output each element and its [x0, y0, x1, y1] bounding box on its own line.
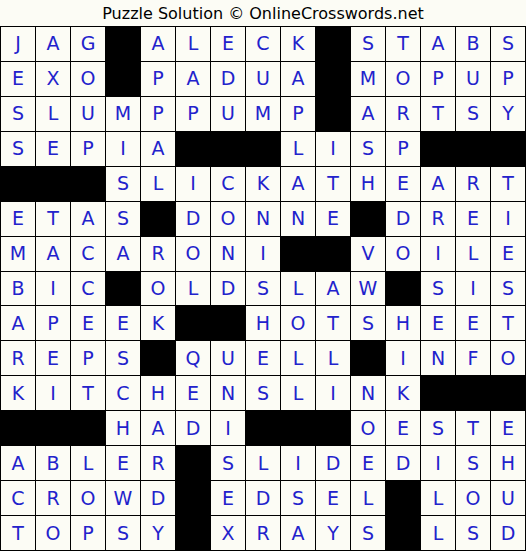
black-cell-r6c11 — [351, 202, 385, 236]
letter-cell-r4c2: E — [36, 132, 70, 166]
letter-cell-r7c13: I — [421, 237, 455, 271]
black-cell-r4c6 — [176, 132, 210, 166]
letter-cell-r11c8: S — [246, 376, 280, 410]
letter-cell-r14c10: E — [316, 481, 350, 515]
letter-cell-r8c10: A — [316, 272, 350, 306]
letter-cell-r5c12: E — [386, 167, 420, 201]
letter-cell-r7c2: A — [36, 237, 70, 271]
letter-cell-r4c3: P — [71, 132, 105, 166]
letter-cell-r8c8: S — [246, 272, 280, 306]
letter-cell-r13c3: L — [71, 446, 105, 480]
letter-cell-r10c14: F — [456, 341, 490, 375]
letter-cell-r13c8: L — [246, 446, 280, 480]
black-cell-r4c15 — [491, 132, 525, 166]
letter-cell-r7c15: E — [491, 237, 525, 271]
letter-cell-r8c13: S — [421, 272, 455, 306]
letter-cell-r14c5: D — [141, 481, 175, 515]
letter-cell-r10c12: I — [386, 341, 420, 375]
black-cell-r1c10 — [316, 27, 350, 61]
letter-cell-r11c3: T — [71, 376, 105, 410]
letter-cell-r6c13: R — [421, 202, 455, 236]
letter-cell-r11c5: H — [141, 376, 175, 410]
black-cell-r5c3 — [71, 167, 105, 201]
letter-cell-r10c3: P — [71, 341, 105, 375]
letter-cell-r2c9: A — [281, 62, 315, 96]
black-cell-r2c10 — [316, 62, 350, 96]
black-cell-r5c2 — [36, 167, 70, 201]
letter-cell-r13c4: E — [106, 446, 140, 480]
black-cell-r8c4 — [106, 272, 140, 306]
letter-cell-r15c10: Y — [316, 516, 350, 550]
letter-cell-r10c10: L — [316, 341, 350, 375]
letter-cell-r1c8: C — [246, 27, 280, 61]
letter-cell-r5c13: A — [421, 167, 455, 201]
letter-cell-r11c10: I — [316, 376, 350, 410]
letter-cell-r15c5: Y — [141, 516, 175, 550]
letter-cell-r10c6: Q — [176, 341, 210, 375]
letter-cell-r10c2: E — [36, 341, 70, 375]
letter-cell-r8c11: W — [351, 272, 385, 306]
black-cell-r12c2 — [36, 411, 70, 445]
black-cell-r10c5 — [141, 341, 175, 375]
letter-cell-r12c13: S — [421, 411, 455, 445]
letter-cell-r13c5: R — [141, 446, 175, 480]
black-cell-r1c4 — [106, 27, 140, 61]
letter-cell-r11c12: K — [386, 376, 420, 410]
letter-cell-r12c7: I — [211, 411, 245, 445]
black-cell-r6c5 — [141, 202, 175, 236]
letter-cell-r7c12: O — [386, 237, 420, 271]
letter-cell-r13c1: A — [1, 446, 35, 480]
letter-cell-r6c12: D — [386, 202, 420, 236]
letter-cell-r12c15: E — [491, 411, 525, 445]
letter-cell-r5c8: K — [246, 167, 280, 201]
letter-cell-r1c3: G — [71, 27, 105, 61]
black-cell-r2c4 — [106, 62, 140, 96]
letter-cell-r15c4: S — [106, 516, 140, 550]
letter-cell-r7c14: L — [456, 237, 490, 271]
letter-cell-r5c5: L — [141, 167, 175, 201]
black-cell-r9c7 — [211, 306, 245, 340]
black-cell-r12c8 — [246, 411, 280, 445]
letter-cell-r9c9: O — [281, 306, 315, 340]
crossword-grid: JAGALECKSTABSEXOPADUAMOPUPSLUMPPUMPARTSY… — [0, 26, 526, 551]
letter-cell-r3c3: U — [71, 97, 105, 131]
letter-cell-r14c4: W — [106, 481, 140, 515]
letter-cell-r13c15: H — [491, 446, 525, 480]
letter-cell-r8c3: C — [71, 272, 105, 306]
letter-cell-r5c14: R — [456, 167, 490, 201]
letter-cell-r4c4: I — [106, 132, 140, 166]
letter-cell-r11c2: I — [36, 376, 70, 410]
black-cell-r11c15 — [491, 376, 525, 410]
letter-cell-r3c9: P — [281, 97, 315, 131]
letter-cell-r12c5: A — [141, 411, 175, 445]
letter-cell-r2c2: X — [36, 62, 70, 96]
letter-cell-r9c2: P — [36, 306, 70, 340]
black-cell-r14c12 — [386, 481, 420, 515]
letter-cell-r4c11: S — [351, 132, 385, 166]
letter-cell-r8c6: L — [176, 272, 210, 306]
letter-cell-r14c14: O — [456, 481, 490, 515]
black-cell-r12c3 — [71, 411, 105, 445]
letter-cell-r14c1: C — [1, 481, 35, 515]
letter-cell-r1c15: S — [491, 27, 525, 61]
letter-cell-r8c2: I — [36, 272, 70, 306]
black-cell-r15c6 — [176, 516, 210, 550]
letter-cell-r3c13: T — [421, 97, 455, 131]
black-cell-r15c12 — [386, 516, 420, 550]
letter-cell-r6c1: E — [1, 202, 35, 236]
letter-cell-r6c9: N — [281, 202, 315, 236]
letter-cell-r3c14: S — [456, 97, 490, 131]
black-cell-r4c7 — [211, 132, 245, 166]
letter-cell-r7c4: A — [106, 237, 140, 271]
letter-cell-r15c14: S — [456, 516, 490, 550]
letter-cell-r6c14: E — [456, 202, 490, 236]
black-cell-r9c6 — [176, 306, 210, 340]
letter-cell-r11c9: L — [281, 376, 315, 410]
page-title: Puzzle Solution © OnlineCrosswords.net — [0, 0, 526, 26]
letter-cell-r12c6: D — [176, 411, 210, 445]
black-cell-r7c9 — [281, 237, 315, 271]
black-cell-r10c11 — [351, 341, 385, 375]
letter-cell-r14c15: U — [491, 481, 525, 515]
letter-cell-r11c7: N — [211, 376, 245, 410]
letter-cell-r10c7: U — [211, 341, 245, 375]
letter-cell-r2c12: O — [386, 62, 420, 96]
letter-cell-r4c10: I — [316, 132, 350, 166]
letter-cell-r3c15: Y — [491, 97, 525, 131]
black-cell-r12c9 — [281, 411, 315, 445]
letter-cell-r3c5: P — [141, 97, 175, 131]
letter-cell-r14c11: L — [351, 481, 385, 515]
black-cell-r4c13 — [421, 132, 455, 166]
letter-cell-r7c7: N — [211, 237, 245, 271]
letter-cell-r14c9: S — [281, 481, 315, 515]
letter-cell-r9c8: H — [246, 306, 280, 340]
black-cell-r14c6 — [176, 481, 210, 515]
letter-cell-r5c11: H — [351, 167, 385, 201]
black-cell-r7c10 — [316, 237, 350, 271]
letter-cell-r4c12: P — [386, 132, 420, 166]
letter-cell-r2c11: M — [351, 62, 385, 96]
black-cell-r13c6 — [176, 446, 210, 480]
letter-cell-r1c9: K — [281, 27, 315, 61]
letter-cell-r9c12: H — [386, 306, 420, 340]
letter-cell-r9c10: T — [316, 306, 350, 340]
letter-cell-r13c7: S — [211, 446, 245, 480]
letter-cell-r1c2: A — [36, 27, 70, 61]
letter-cell-r12c14: T — [456, 411, 490, 445]
letter-cell-r13c9: I — [281, 446, 315, 480]
letter-cell-r3c6: P — [176, 97, 210, 131]
black-cell-r11c13 — [421, 376, 455, 410]
letter-cell-r15c11: S — [351, 516, 385, 550]
letter-cell-r5c7: C — [211, 167, 245, 201]
letter-cell-r7c3: C — [71, 237, 105, 271]
letter-cell-r2c8: U — [246, 62, 280, 96]
black-cell-r3c10 — [316, 97, 350, 131]
letter-cell-r8c5: O — [141, 272, 175, 306]
letter-cell-r4c1: S — [1, 132, 35, 166]
letter-cell-r13c12: D — [386, 446, 420, 480]
letter-cell-r2c15: P — [491, 62, 525, 96]
letter-cell-r2c5: P — [141, 62, 175, 96]
letter-cell-r11c6: E — [176, 376, 210, 410]
letter-cell-r8c7: D — [211, 272, 245, 306]
letter-cell-r8c14: I — [456, 272, 490, 306]
letter-cell-r1c1: J — [1, 27, 35, 61]
black-cell-r8c12 — [386, 272, 420, 306]
letter-cell-r1c12: T — [386, 27, 420, 61]
letter-cell-r6c8: N — [246, 202, 280, 236]
letter-cell-r13c2: B — [36, 446, 70, 480]
letter-cell-r7c1: M — [1, 237, 35, 271]
letter-cell-r2c14: U — [456, 62, 490, 96]
letter-cell-r1c11: S — [351, 27, 385, 61]
letter-cell-r13c11: E — [351, 446, 385, 480]
letter-cell-r13c13: I — [421, 446, 455, 480]
letter-cell-r2c7: D — [211, 62, 245, 96]
letter-cell-r10c4: S — [106, 341, 140, 375]
letter-cell-r7c6: O — [176, 237, 210, 271]
letter-cell-r5c9: A — [281, 167, 315, 201]
letter-cell-r10c9: L — [281, 341, 315, 375]
black-cell-r11c14 — [456, 376, 490, 410]
letter-cell-r6c6: D — [176, 202, 210, 236]
letter-cell-r12c4: H — [106, 411, 140, 445]
letter-cell-r7c11: V — [351, 237, 385, 271]
letter-cell-r9c15: T — [491, 306, 525, 340]
letter-cell-r10c13: N — [421, 341, 455, 375]
letter-cell-r15c2: O — [36, 516, 70, 550]
letter-cell-r14c8: D — [246, 481, 280, 515]
letter-cell-r6c15: I — [491, 202, 525, 236]
letter-cell-r9c5: K — [141, 306, 175, 340]
letter-cell-r7c8: I — [246, 237, 280, 271]
letter-cell-r2c1: E — [1, 62, 35, 96]
letter-cell-r13c14: S — [456, 446, 490, 480]
black-cell-r12c10 — [316, 411, 350, 445]
letter-cell-r2c3: O — [71, 62, 105, 96]
letter-cell-r6c3: A — [71, 202, 105, 236]
letter-cell-r9c1: A — [1, 306, 35, 340]
letter-cell-r9c14: E — [456, 306, 490, 340]
letter-cell-r10c15: O — [491, 341, 525, 375]
letter-cell-r12c11: O — [351, 411, 385, 445]
letter-cell-r6c7: O — [211, 202, 245, 236]
letter-cell-r2c6: A — [176, 62, 210, 96]
letter-cell-r3c12: R — [386, 97, 420, 131]
letter-cell-r10c8: E — [246, 341, 280, 375]
letter-cell-r15c3: P — [71, 516, 105, 550]
crossword-solution-page: Puzzle Solution © OnlineCrosswords.net J… — [0, 0, 526, 551]
letter-cell-r3c2: L — [36, 97, 70, 131]
letter-cell-r1c6: L — [176, 27, 210, 61]
letter-cell-r3c11: A — [351, 97, 385, 131]
letter-cell-r9c13: E — [421, 306, 455, 340]
letter-cell-r5c6: I — [176, 167, 210, 201]
letter-cell-r9c3: E — [71, 306, 105, 340]
letter-cell-r11c1: K — [1, 376, 35, 410]
letter-cell-r13c10: D — [316, 446, 350, 480]
letter-cell-r6c4: S — [106, 202, 140, 236]
letter-cell-r15c7: X — [211, 516, 245, 550]
black-cell-r4c8 — [246, 132, 280, 166]
letter-cell-r3c4: M — [106, 97, 140, 131]
letter-cell-r15c1: T — [1, 516, 35, 550]
letter-cell-r8c9: L — [281, 272, 315, 306]
letter-cell-r5c15: T — [491, 167, 525, 201]
letter-cell-r2c13: P — [421, 62, 455, 96]
letter-cell-r5c10: T — [316, 167, 350, 201]
letter-cell-r4c5: A — [141, 132, 175, 166]
letter-cell-r10c1: R — [1, 341, 35, 375]
letter-cell-r8c1: B — [1, 272, 35, 306]
letter-cell-r14c2: R — [36, 481, 70, 515]
letter-cell-r5c4: S — [106, 167, 140, 201]
black-cell-r4c14 — [456, 132, 490, 166]
letter-cell-r11c4: C — [106, 376, 140, 410]
black-cell-r5c1 — [1, 167, 35, 201]
letter-cell-r15c13: L — [421, 516, 455, 550]
letter-cell-r15c8: R — [246, 516, 280, 550]
letter-cell-r1c14: B — [456, 27, 490, 61]
letter-cell-r15c9: A — [281, 516, 315, 550]
letter-cell-r3c7: U — [211, 97, 245, 131]
letter-cell-r9c4: E — [106, 306, 140, 340]
letter-cell-r3c1: S — [1, 97, 35, 131]
letter-cell-r8c15: S — [491, 272, 525, 306]
letter-cell-r4c9: L — [281, 132, 315, 166]
letter-cell-r1c7: E — [211, 27, 245, 61]
letter-cell-r14c7: E — [211, 481, 245, 515]
letter-cell-r15c15: D — [491, 516, 525, 550]
letter-cell-r3c8: M — [246, 97, 280, 131]
letter-cell-r7c5: R — [141, 237, 175, 271]
letter-cell-r9c11: S — [351, 306, 385, 340]
black-cell-r12c1 — [1, 411, 35, 445]
letter-cell-r14c3: O — [71, 481, 105, 515]
letter-cell-r11c11: N — [351, 376, 385, 410]
letter-cell-r1c5: A — [141, 27, 175, 61]
letter-cell-r6c2: T — [36, 202, 70, 236]
letter-cell-r12c12: E — [386, 411, 420, 445]
letter-cell-r14c13: L — [421, 481, 455, 515]
letter-cell-r6c10: E — [316, 202, 350, 236]
letter-cell-r1c13: A — [421, 27, 455, 61]
